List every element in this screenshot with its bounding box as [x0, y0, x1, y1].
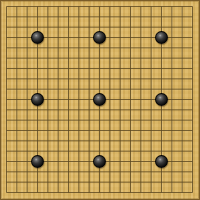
black-stone-jj[interactable]: [93, 93, 106, 106]
go-board[interactable]: [0, 0, 200, 200]
black-stone-dp[interactable]: [31, 155, 44, 168]
black-stone-dd[interactable]: [31, 31, 44, 44]
black-stone-pd[interactable]: [155, 31, 168, 44]
black-stone-pp[interactable]: [155, 155, 168, 168]
black-stone-pj[interactable]: [155, 93, 168, 106]
black-stone-jd[interactable]: [93, 31, 106, 44]
black-stone-dj[interactable]: [31, 93, 44, 106]
black-stone-jp[interactable]: [93, 155, 106, 168]
